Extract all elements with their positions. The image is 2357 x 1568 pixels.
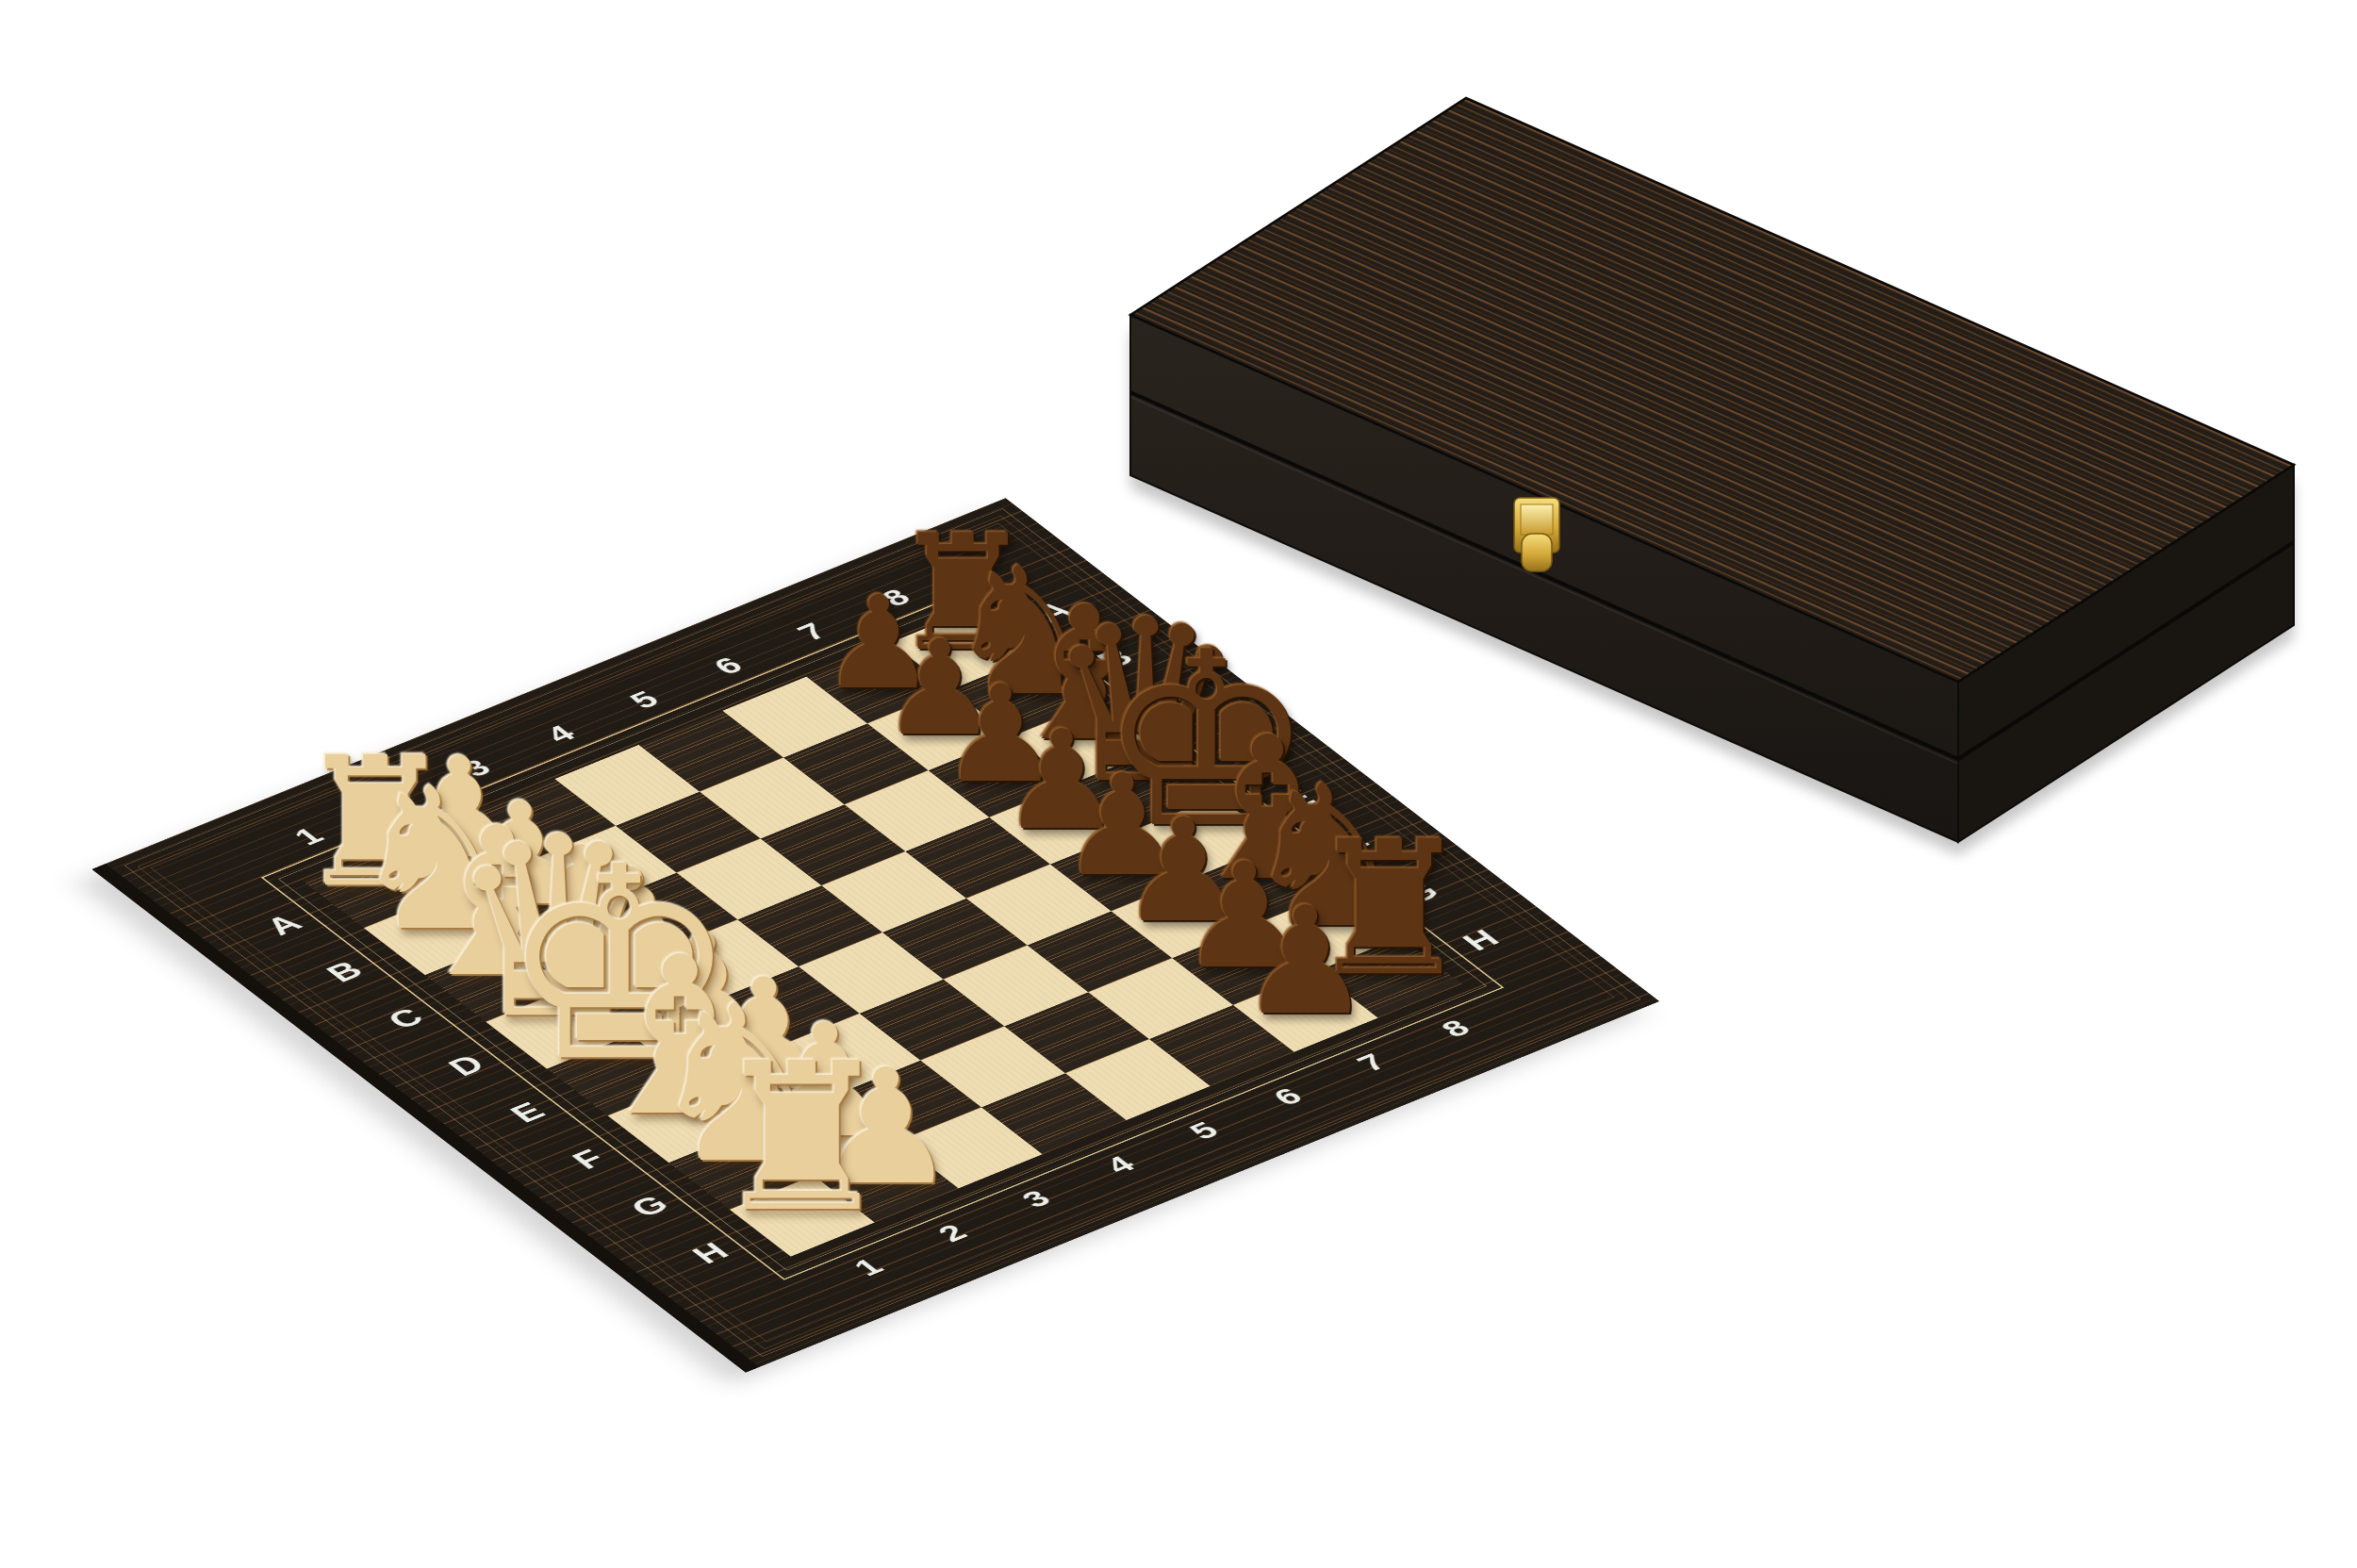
storage-case [1037,19,2357,915]
chess-set-product-photo: 11AA22BB33CC44DD55EE66FF77GG88HH [0,0,2357,1568]
